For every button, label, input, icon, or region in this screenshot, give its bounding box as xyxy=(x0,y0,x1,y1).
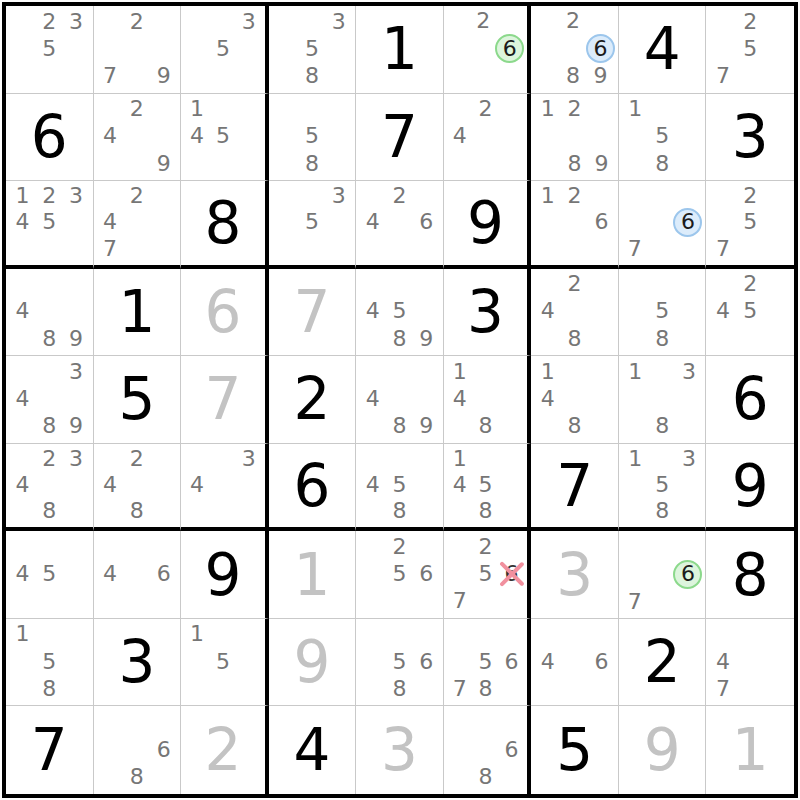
candidate-8[interactable]: 8 xyxy=(568,328,582,350)
cell-r4c3[interactable]: 6 xyxy=(181,269,269,357)
candidate-3[interactable]: 3 xyxy=(242,11,256,33)
candidate-9[interactable]: 9 xyxy=(593,65,607,87)
cell-r9c8[interactable]: 9 xyxy=(619,706,707,794)
candidate-slot-2 xyxy=(561,358,588,385)
candidate-4[interactable]: 4 xyxy=(716,300,730,322)
candidate-5[interactable]: 5 xyxy=(392,651,406,673)
candidate-2[interactable]: 2 xyxy=(476,10,490,32)
candidate-5[interactable]: 5 xyxy=(216,125,230,147)
cell-r1c5[interactable]: 1 xyxy=(356,6,444,94)
candidate-8[interactable]: 8 xyxy=(655,328,669,350)
candidate-slot-1: 1 xyxy=(622,358,649,385)
candidate-slot-5 xyxy=(648,208,674,237)
candidate-slot-8 xyxy=(473,588,499,615)
candidate-slot-7: 7 xyxy=(622,237,648,262)
cell-r8c4[interactable]: 9 xyxy=(269,619,357,707)
candidate-slot-6: 6 xyxy=(413,561,440,588)
cell-r8c1[interactable]: 158 xyxy=(6,619,94,707)
cell-r2c3[interactable]: 145 xyxy=(181,94,269,182)
candidate-2[interactable]: 2 xyxy=(130,185,144,207)
candidate-7[interactable]: 7 xyxy=(716,65,730,87)
cell-r4c2[interactable]: 1 xyxy=(94,269,182,357)
cell-r6c3[interactable]: 34 xyxy=(181,444,269,532)
candidate-slot-3 xyxy=(673,533,702,559)
candidate-slot-6 xyxy=(150,123,177,150)
cell-r2c1[interactable]: 6 xyxy=(6,94,94,182)
candidate-5[interactable]: 5 xyxy=(655,300,669,322)
candidate-6[interactable]: 6 xyxy=(495,34,524,63)
candidate-grid: 34 xyxy=(184,446,262,525)
candidate-slot-2: 2 xyxy=(737,8,764,35)
candidate-6[interactable]: 6 xyxy=(419,563,433,585)
candidate-8[interactable]: 8 xyxy=(655,415,669,437)
cell-r9c2[interactable]: 68 xyxy=(94,706,182,794)
cell-r7c5[interactable]: 256 xyxy=(356,531,444,619)
cell-r4c1[interactable]: 489 xyxy=(6,269,94,357)
candidate-slot-4 xyxy=(534,123,561,150)
candidate-1[interactable]: 1 xyxy=(453,361,467,383)
cell-r1c9[interactable]: 257 xyxy=(706,6,794,94)
candidate-grid: 4589 xyxy=(359,271,440,353)
candidate-5[interactable]: 5 xyxy=(216,651,230,673)
candidate-slot-4: 4 xyxy=(184,472,210,498)
candidate-4[interactable]: 4 xyxy=(541,388,555,410)
candidate-3[interactable]: 3 xyxy=(682,361,696,383)
cell-r5c7[interactable]: 148 xyxy=(531,356,619,444)
candidate-1[interactable]: 1 xyxy=(190,98,204,120)
cell-r4c9[interactable]: 245 xyxy=(706,269,794,357)
cell-r3c3[interactable]: 8 xyxy=(181,181,269,269)
candidate-slot-1 xyxy=(534,271,561,298)
cell-r6c6[interactable]: 1458 xyxy=(444,444,532,532)
cell-r1c4[interactable]: 358 xyxy=(269,6,357,94)
candidate-5[interactable]: 5 xyxy=(42,651,56,673)
candidate-6[interactable]: 6 xyxy=(673,560,702,589)
candidate-slot-1 xyxy=(97,183,124,209)
candidate-slot-6 xyxy=(236,35,262,62)
cell-r7c9[interactable]: 8 xyxy=(706,531,794,619)
candidate-8[interactable]: 8 xyxy=(479,678,493,700)
cell-r6c5[interactable]: 458 xyxy=(356,444,444,532)
candidate-grid: 489 xyxy=(9,271,90,353)
cell-r5c5[interactable]: 489 xyxy=(356,356,444,444)
candidate-slot-4: 4 xyxy=(9,385,36,412)
cell-r8c8[interactable]: 2 xyxy=(619,619,707,707)
cell-r4c4[interactable]: 7 xyxy=(269,269,357,357)
candidate-4[interactable]: 4 xyxy=(716,651,730,673)
cell-r3c4[interactable]: 35 xyxy=(269,181,357,269)
candidate-slot-7: 7 xyxy=(709,235,736,261)
cell-r6c9[interactable]: 9 xyxy=(706,444,794,532)
candidate-8[interactable]: 8 xyxy=(655,500,669,522)
candidate-1[interactable]: 1 xyxy=(628,448,642,470)
candidate-slot-4 xyxy=(622,298,649,325)
candidate-9[interactable]: 9 xyxy=(157,153,171,175)
candidate-6[interactable]: 6 xyxy=(594,211,608,233)
candidate-2[interactable]: 2 xyxy=(743,273,757,295)
given-digit: 4 xyxy=(644,20,681,78)
candidate-5[interactable]: 5 xyxy=(305,38,319,60)
candidate-2[interactable]: 2 xyxy=(566,10,580,32)
candidate-8[interactable]: 8 xyxy=(42,415,56,437)
candidate-2[interactable]: 2 xyxy=(392,185,406,207)
candidate-2[interactable]: 2 xyxy=(479,536,493,558)
cell-r3c8[interactable]: 67 xyxy=(619,181,707,269)
candidate-2[interactable]: 2 xyxy=(743,185,757,207)
candidate-2[interactable]: 2 xyxy=(743,11,757,33)
candidate-slot-7 xyxy=(534,675,561,702)
candidate-slot-6: 6 xyxy=(586,34,615,63)
candidate-4[interactable]: 4 xyxy=(15,388,29,410)
candidate-2[interactable]: 2 xyxy=(42,11,56,33)
cell-r3c9[interactable]: 257 xyxy=(706,181,794,269)
cell-r8c3[interactable]: 15 xyxy=(181,619,269,707)
cell-r9c5[interactable]: 3 xyxy=(356,706,444,794)
candidate-5[interactable]: 5 xyxy=(655,474,669,496)
candidate-slot-8 xyxy=(210,150,236,177)
candidate-5[interactable]: 5 xyxy=(743,38,757,60)
candidate-slot-4: 4 xyxy=(447,123,473,150)
cell-r1c8[interactable]: 4 xyxy=(619,6,707,94)
candidate-2[interactable]: 2 xyxy=(130,98,144,120)
candidate-8[interactable]: 8 xyxy=(392,678,406,700)
candidate-9[interactable]: 9 xyxy=(419,415,433,437)
candidate-slot-3: 3 xyxy=(63,446,90,472)
candidate-5[interactable]: 5 xyxy=(655,125,669,147)
candidate-slot-6 xyxy=(764,209,791,235)
cell-r2c8[interactable]: 158 xyxy=(619,94,707,182)
candidate-3[interactable]: 3 xyxy=(69,11,83,33)
cell-r6c4[interactable]: 6 xyxy=(269,444,357,532)
candidate-slot-7 xyxy=(9,235,36,261)
candidate-6[interactable]: 6 xyxy=(157,563,171,585)
candidate-8[interactable]: 8 xyxy=(392,415,406,437)
cell-r8c5[interactable]: 568 xyxy=(356,619,444,707)
candidate-5[interactable]: 5 xyxy=(305,211,319,233)
candidate-slot-2: 2 xyxy=(386,183,413,209)
candidate-slot-2 xyxy=(649,358,676,385)
candidate-1[interactable]: 1 xyxy=(541,98,555,120)
candidate-1[interactable]: 1 xyxy=(15,185,29,207)
candidate-slot-3 xyxy=(586,8,615,34)
candidate-4[interactable]: 4 xyxy=(453,388,467,410)
candidate-8[interactable]: 8 xyxy=(655,153,669,175)
candidate-1[interactable]: 1 xyxy=(628,361,642,383)
candidate-8[interactable]: 8 xyxy=(42,678,56,700)
candidate-5[interactable]: 5 xyxy=(479,651,493,673)
candidate-8[interactable]: 8 xyxy=(392,500,406,522)
candidate-4[interactable]: 4 xyxy=(103,474,117,496)
candidate-6[interactable]: 6 xyxy=(586,34,615,63)
candidate-5[interactable]: 5 xyxy=(392,563,406,585)
candidate-4[interactable]: 4 xyxy=(103,125,117,147)
candidate-grid: 12345 xyxy=(9,183,90,262)
cell-r7c6[interactable]: 2567 xyxy=(444,531,532,619)
candidate-7[interactable]: 7 xyxy=(453,678,467,700)
candidate-5[interactable]: 5 xyxy=(392,300,406,322)
candidate-9[interactable]: 9 xyxy=(419,328,433,350)
candidate-5[interactable]: 5 xyxy=(42,563,56,585)
candidate-slot-6 xyxy=(63,35,90,62)
cell-r4c7[interactable]: 248 xyxy=(531,269,619,357)
cell-r7c1[interactable]: 45 xyxy=(6,531,94,619)
cell-r5c2[interactable]: 5 xyxy=(94,356,182,444)
candidate-2[interactable]: 2 xyxy=(130,448,144,470)
candidate-slot-4 xyxy=(622,123,649,150)
candidate-2[interactable]: 2 xyxy=(568,185,582,207)
candidate-8[interactable]: 8 xyxy=(42,500,56,522)
candidate-slot-5: 5 xyxy=(649,472,676,498)
candidate-8[interactable]: 8 xyxy=(568,153,582,175)
candidate-4[interactable]: 4 xyxy=(366,300,380,322)
candidate-slot-6 xyxy=(150,35,177,62)
cell-r1c7[interactable]: 2689 xyxy=(531,6,619,94)
candidate-9[interactable]: 9 xyxy=(69,328,83,350)
cell-r5c9[interactable]: 6 xyxy=(706,356,794,444)
candidate-6[interactable]: 6 xyxy=(157,739,171,761)
candidate-slot-8 xyxy=(123,150,150,177)
candidate-slot-1 xyxy=(184,8,210,35)
candidate-7[interactable]: 7 xyxy=(716,238,730,260)
candidate-grid: 1289 xyxy=(534,96,615,178)
candidate-grid: 26 xyxy=(447,8,525,90)
candidate-4[interactable]: 4 xyxy=(15,563,29,585)
candidate-slot-9 xyxy=(325,235,352,261)
candidate-4[interactable]: 4 xyxy=(103,211,117,233)
candidate-8[interactable]: 8 xyxy=(305,65,319,87)
candidate-8[interactable]: 8 xyxy=(479,766,493,788)
candidate-5[interactable]: 5 xyxy=(479,563,493,585)
candidate-slot-4: 4 xyxy=(9,298,36,325)
candidate-slot-6 xyxy=(676,123,703,150)
cell-r8c6[interactable]: 5678 xyxy=(444,619,532,707)
candidate-7[interactable]: 7 xyxy=(103,65,117,87)
cell-r9c4[interactable]: 4 xyxy=(269,706,357,794)
cell-r6c1[interactable]: 2348 xyxy=(6,444,94,532)
candidate-2[interactable]: 2 xyxy=(568,273,582,295)
candidate-1[interactable]: 1 xyxy=(541,361,555,383)
candidate-slot-4: 4 xyxy=(359,385,386,412)
cell-r7c8[interactable]: 67 xyxy=(619,531,707,619)
cell-r4c8[interactable]: 58 xyxy=(619,269,707,357)
candidate-8[interactable]: 8 xyxy=(392,328,406,350)
candidate-7[interactable]: 7 xyxy=(628,591,642,613)
candidate-slot-9 xyxy=(150,235,177,261)
cell-r7c7[interactable]: 3 xyxy=(531,531,619,619)
candidate-grid: 246 xyxy=(359,183,440,262)
candidate-5[interactable]: 5 xyxy=(743,211,757,233)
candidate-3[interactable]: 3 xyxy=(69,185,83,207)
cell-r6c7[interactable]: 7 xyxy=(531,444,619,532)
cell-r3c7[interactable]: 126 xyxy=(531,181,619,269)
given-digit: 9 xyxy=(467,194,504,252)
cell-r7c3[interactable]: 9 xyxy=(181,531,269,619)
cell-r2c4[interactable]: 58 xyxy=(269,94,357,182)
candidate-4[interactable]: 4 xyxy=(15,211,29,233)
candidate-6[interactable]: 6 xyxy=(419,211,433,233)
candidate-slot-3 xyxy=(764,183,791,209)
cell-r1c2[interactable]: 279 xyxy=(94,6,182,94)
candidate-4[interactable]: 4 xyxy=(366,211,380,233)
candidate-9[interactable]: 9 xyxy=(157,65,171,87)
cell-r2c2[interactable]: 249 xyxy=(94,94,182,182)
cell-r5c6[interactable]: 148 xyxy=(444,356,532,444)
candidate-4[interactable]: 4 xyxy=(190,125,204,147)
candidate-2[interactable]: 2 xyxy=(568,98,582,120)
candidate-slot-4 xyxy=(709,209,736,235)
candidate-slot-3 xyxy=(63,533,90,560)
candidate-slot-9 xyxy=(413,498,440,524)
candidate-slot-1 xyxy=(97,8,124,35)
candidate-7[interactable]: 7 xyxy=(716,678,730,700)
cell-r7c4[interactable]: 1 xyxy=(269,531,357,619)
candidate-3[interactable]: 3 xyxy=(332,185,346,207)
candidate-8[interactable]: 8 xyxy=(130,500,144,522)
cell-r5c1[interactable]: 3489 xyxy=(6,356,94,444)
candidate-slot-5 xyxy=(560,34,586,63)
cell-r6c2[interactable]: 248 xyxy=(94,444,182,532)
candidate-2[interactable]: 2 xyxy=(392,536,406,558)
candidate-6[interactable]: 6 xyxy=(673,208,702,237)
candidate-grid: 126 xyxy=(534,183,615,262)
candidate-slot-8: 8 xyxy=(386,413,413,440)
candidate-3[interactable]: 3 xyxy=(682,448,696,470)
candidate-slot-6: 6 xyxy=(150,736,177,764)
candidate-6[interactable]: 6 xyxy=(504,739,518,761)
cell-r2c9[interactable]: 3 xyxy=(706,94,794,182)
solver-digit: 7 xyxy=(204,370,241,428)
candidate-4[interactable]: 4 xyxy=(15,300,29,322)
cell-r4c6[interactable]: 3 xyxy=(444,269,532,357)
candidate-8[interactable]: 8 xyxy=(305,153,319,175)
candidate-1[interactable]: 1 xyxy=(15,623,29,645)
candidate-slot-6 xyxy=(63,561,90,588)
candidate-slot-2: 2 xyxy=(471,8,495,34)
cell-r9c6[interactable]: 68 xyxy=(444,706,532,794)
cell-r8c2[interactable]: 3 xyxy=(94,619,182,707)
candidate-grid: 256 xyxy=(359,533,440,615)
given-digit: 4 xyxy=(293,721,330,779)
candidate-slot-6: 6 xyxy=(498,736,524,764)
candidate-slot-6 xyxy=(63,472,90,498)
candidate-2[interactable]: 2 xyxy=(479,98,493,120)
candidate-1[interactable]: 1 xyxy=(541,185,555,207)
cell-r2c5[interactable]: 7 xyxy=(356,94,444,182)
candidate-6[interactable]: 6 xyxy=(594,651,608,673)
candidate-6[interactable]: 6 xyxy=(504,651,518,673)
candidate-4[interactable]: 4 xyxy=(453,474,467,496)
candidate-8[interactable]: 8 xyxy=(568,415,582,437)
candidate-7[interactable]: 7 xyxy=(103,238,117,260)
candidate-4[interactable]: 4 xyxy=(190,474,204,496)
candidate-5[interactable]: 5 xyxy=(392,474,406,496)
cell-r9c3[interactable]: 2 xyxy=(181,706,269,794)
candidate-slot-9 xyxy=(413,675,440,702)
candidate-1[interactable]: 1 xyxy=(628,98,642,120)
candidate-4[interactable]: 4 xyxy=(541,300,555,322)
candidate-5[interactable]: 5 xyxy=(479,474,493,496)
candidate-8[interactable]: 8 xyxy=(566,65,580,87)
candidate-3[interactable]: 3 xyxy=(69,361,83,383)
candidate-3[interactable]: 3 xyxy=(69,448,83,470)
candidate-6[interactable]: 6 xyxy=(419,651,433,673)
cell-r7c2[interactable]: 46 xyxy=(94,531,182,619)
candidate-4[interactable]: 4 xyxy=(366,388,380,410)
cell-r9c7[interactable]: 5 xyxy=(531,706,619,794)
candidate-3[interactable]: 3 xyxy=(242,448,256,470)
given-digit: 6 xyxy=(293,457,330,515)
candidate-6[interactable]: 6 xyxy=(504,563,518,585)
cell-r8c9[interactable]: 47 xyxy=(706,619,794,707)
candidate-9[interactable]: 9 xyxy=(69,415,83,437)
cell-r2c6[interactable]: 24 xyxy=(444,94,532,182)
candidate-slot-7 xyxy=(622,150,649,177)
candidate-grid: 158 xyxy=(9,621,90,703)
candidate-slot-9 xyxy=(150,498,177,524)
candidate-1[interactable]: 1 xyxy=(453,448,467,470)
candidate-5[interactable]: 5 xyxy=(743,300,757,322)
candidate-7[interactable]: 7 xyxy=(628,238,642,260)
candidate-slot-1 xyxy=(97,708,124,736)
cell-r3c1[interactable]: 12345 xyxy=(6,181,94,269)
candidate-4[interactable]: 4 xyxy=(453,125,467,147)
candidate-9[interactable]: 9 xyxy=(594,153,608,175)
candidate-slot-2 xyxy=(386,271,413,298)
candidate-2[interactable]: 2 xyxy=(130,11,144,33)
candidate-5[interactable]: 5 xyxy=(42,38,56,60)
cell-r1c6[interactable]: 26 xyxy=(444,6,532,94)
candidate-slot-5 xyxy=(648,560,674,589)
cell-r6c8[interactable]: 1358 xyxy=(619,444,707,532)
candidate-4[interactable]: 4 xyxy=(103,563,117,585)
cell-r9c9[interactable]: 1 xyxy=(706,706,794,794)
candidate-slot-8: 8 xyxy=(123,763,150,791)
candidate-1[interactable]: 1 xyxy=(190,623,204,645)
candidate-3[interactable]: 3 xyxy=(332,11,346,33)
cell-r5c8[interactable]: 138 xyxy=(619,356,707,444)
candidate-2[interactable]: 2 xyxy=(42,185,56,207)
cell-r1c1[interactable]: 235 xyxy=(6,6,94,94)
candidate-5[interactable]: 5 xyxy=(305,125,319,147)
candidate-4[interactable]: 4 xyxy=(541,651,555,673)
candidate-slot-8: 8 xyxy=(649,413,676,440)
candidate-8[interactable]: 8 xyxy=(42,328,56,350)
candidate-grid: 148 xyxy=(447,358,525,440)
cell-r3c2[interactable]: 247 xyxy=(94,181,182,269)
candidate-5[interactable]: 5 xyxy=(216,38,230,60)
cell-r9c1[interactable]: 7 xyxy=(6,706,94,794)
cell-r3c5[interactable]: 246 xyxy=(356,181,444,269)
candidate-slot-3: 3 xyxy=(325,183,352,209)
candidate-8[interactable]: 8 xyxy=(130,766,144,788)
candidate-7[interactable]: 7 xyxy=(453,590,467,612)
candidate-2[interactable]: 2 xyxy=(42,448,56,470)
cell-r1c3[interactable]: 35 xyxy=(181,6,269,94)
candidate-8[interactable]: 8 xyxy=(479,500,493,522)
candidate-8[interactable]: 8 xyxy=(479,415,493,437)
cell-r5c4[interactable]: 2 xyxy=(269,356,357,444)
cell-r4c5[interactable]: 4589 xyxy=(356,269,444,357)
candidate-4[interactable]: 4 xyxy=(15,474,29,496)
candidate-grid: 358 xyxy=(272,8,353,90)
candidate-5[interactable]: 5 xyxy=(42,211,56,233)
cell-r2c7[interactable]: 1289 xyxy=(531,94,619,182)
candidate-4[interactable]: 4 xyxy=(366,474,380,496)
cell-r5c3[interactable]: 7 xyxy=(181,356,269,444)
cell-r3c6[interactable]: 9 xyxy=(444,181,532,269)
candidate-slot-7: 7 xyxy=(447,588,473,615)
cell-r8c7[interactable]: 46 xyxy=(531,619,619,707)
